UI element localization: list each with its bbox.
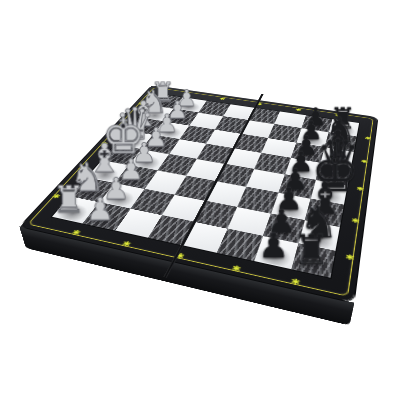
star-ornament: * (230, 266, 241, 275)
star-ornament: * (69, 230, 81, 238)
star-ornament: * (351, 218, 359, 225)
square-f2: ♟ (115, 165, 157, 188)
star-ornament: * (76, 167, 86, 173)
square-g1: ♞ (70, 177, 115, 202)
product-photo: ******************** ♜♟♟♜♞♟♟♞♝♟♟♝♛♟♟♛♚♟♟… (0, 0, 400, 400)
piece-shadow (298, 132, 326, 146)
piece-shadow (318, 168, 349, 185)
star-ornament: * (364, 137, 371, 142)
piece-shadow (104, 149, 137, 164)
chess-board: ******************** ♜♟♟♜♞♟♟♞♝♟♟♝♛♟♟♛♚♟♟… (20, 85, 377, 302)
piece-shadow (280, 180, 312, 198)
piece-shadow (256, 243, 294, 268)
square-d7: ♟ (285, 158, 321, 180)
star-ornament: * (356, 187, 364, 193)
star-ornament: * (182, 93, 189, 97)
star-ornament: * (361, 160, 368, 165)
square-e8: ♚ (310, 180, 347, 205)
star-ornament: * (295, 109, 302, 113)
star-ornament: * (218, 98, 225, 102)
star-ornament: * (345, 255, 354, 264)
star-ornament: * (50, 194, 61, 201)
piece-shadow (131, 154, 164, 170)
star-ornament: * (120, 241, 131, 249)
piece-shadow (294, 251, 332, 277)
square-e6 (246, 169, 284, 193)
star-ornament: * (99, 142, 108, 147)
piece-shadow (322, 151, 351, 167)
star-ornament: * (335, 114, 341, 118)
star-ornament: * (119, 121, 127, 125)
star-ornament: * (137, 102, 145, 106)
star-ornament: * (290, 279, 300, 289)
